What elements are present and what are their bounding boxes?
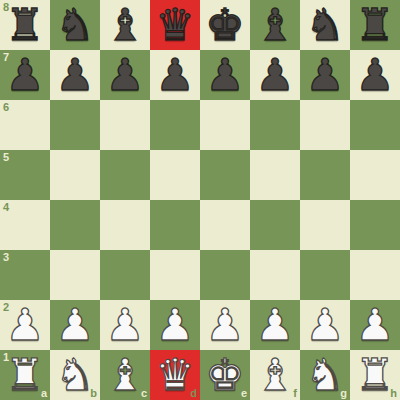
black-pawn[interactable]: ♟ <box>0 50 50 100</box>
square-c2[interactable]: ♟ <box>100 300 150 350</box>
square-b1[interactable]: b♞ <box>50 350 100 400</box>
square-b6[interactable] <box>50 100 100 150</box>
square-b2[interactable]: ♟ <box>50 300 100 350</box>
rank-label-5: 5 <box>3 152 9 163</box>
white-pawn[interactable]: ♟ <box>100 300 150 350</box>
black-knight[interactable]: ♞ <box>50 0 100 50</box>
white-knight[interactable]: ♞ <box>50 350 100 400</box>
square-e5[interactable] <box>200 150 250 200</box>
black-pawn[interactable]: ♟ <box>150 50 200 100</box>
square-e7[interactable]: ♟ <box>200 50 250 100</box>
rank-label-4: 4 <box>3 202 9 213</box>
square-a6[interactable]: 6 <box>0 100 50 150</box>
white-bishop[interactable]: ♝ <box>100 350 150 400</box>
square-d6[interactable] <box>150 100 200 150</box>
square-g3[interactable] <box>300 250 350 300</box>
square-e2[interactable]: ♟ <box>200 300 250 350</box>
square-g7[interactable]: ♟ <box>300 50 350 100</box>
square-b3[interactable] <box>50 250 100 300</box>
square-h3[interactable] <box>350 250 400 300</box>
square-h6[interactable] <box>350 100 400 150</box>
square-a1[interactable]: 1a♜ <box>0 350 50 400</box>
black-pawn[interactable]: ♟ <box>300 50 350 100</box>
white-pawn[interactable]: ♟ <box>250 300 300 350</box>
square-h2[interactable]: ♟ <box>350 300 400 350</box>
square-c8[interactable]: ♝ <box>100 0 150 50</box>
white-pawn[interactable]: ♟ <box>200 300 250 350</box>
square-a7[interactable]: 7♟ <box>0 50 50 100</box>
white-pawn[interactable]: ♟ <box>150 300 200 350</box>
black-king[interactable]: ♚ <box>200 0 250 50</box>
square-h7[interactable]: ♟ <box>350 50 400 100</box>
square-d2[interactable]: ♟ <box>150 300 200 350</box>
square-d3[interactable] <box>150 250 200 300</box>
square-g4[interactable] <box>300 200 350 250</box>
square-d4[interactable] <box>150 200 200 250</box>
square-a8[interactable]: 8♜ <box>0 0 50 50</box>
chess-board: 8♜♞♝♛♚♝♞♜7♟♟♟♟♟♟♟♟65432♟♟♟♟♟♟♟♟1a♜b♞c♝d♛… <box>0 0 400 400</box>
square-a4[interactable]: 4 <box>0 200 50 250</box>
square-d8[interactable]: ♛ <box>150 0 200 50</box>
white-pawn[interactable]: ♟ <box>300 300 350 350</box>
square-e3[interactable] <box>200 250 250 300</box>
square-e4[interactable] <box>200 200 250 250</box>
white-pawn[interactable]: ♟ <box>50 300 100 350</box>
square-c3[interactable] <box>100 250 150 300</box>
square-b7[interactable]: ♟ <box>50 50 100 100</box>
square-g5[interactable] <box>300 150 350 200</box>
black-pawn[interactable]: ♟ <box>200 50 250 100</box>
square-h1[interactable]: h♜ <box>350 350 400 400</box>
white-rook[interactable]: ♜ <box>0 350 50 400</box>
black-queen[interactable]: ♛ <box>150 0 200 50</box>
square-h4[interactable] <box>350 200 400 250</box>
square-c1[interactable]: c♝ <box>100 350 150 400</box>
square-h5[interactable] <box>350 150 400 200</box>
square-c7[interactable]: ♟ <box>100 50 150 100</box>
square-c5[interactable] <box>100 150 150 200</box>
white-rook[interactable]: ♜ <box>350 350 400 400</box>
square-f1[interactable]: f♝ <box>250 350 300 400</box>
square-f4[interactable] <box>250 200 300 250</box>
square-g8[interactable]: ♞ <box>300 0 350 50</box>
square-d7[interactable]: ♟ <box>150 50 200 100</box>
square-d1[interactable]: d♛ <box>150 350 200 400</box>
square-c6[interactable] <box>100 100 150 150</box>
square-a2[interactable]: 2♟ <box>0 300 50 350</box>
square-f5[interactable] <box>250 150 300 200</box>
square-e6[interactable] <box>200 100 250 150</box>
square-e1[interactable]: e♚ <box>200 350 250 400</box>
square-e8[interactable]: ♚ <box>200 0 250 50</box>
black-rook[interactable]: ♜ <box>350 0 400 50</box>
square-f8[interactable]: ♝ <box>250 0 300 50</box>
square-b4[interactable] <box>50 200 100 250</box>
black-pawn[interactable]: ♟ <box>250 50 300 100</box>
white-knight[interactable]: ♞ <box>300 350 350 400</box>
square-f3[interactable] <box>250 250 300 300</box>
square-f7[interactable]: ♟ <box>250 50 300 100</box>
white-pawn[interactable]: ♟ <box>350 300 400 350</box>
square-c4[interactable] <box>100 200 150 250</box>
white-queen[interactable]: ♛ <box>150 350 200 400</box>
square-b8[interactable]: ♞ <box>50 0 100 50</box>
square-g1[interactable]: g♞ <box>300 350 350 400</box>
square-a5[interactable]: 5 <box>0 150 50 200</box>
black-pawn[interactable]: ♟ <box>100 50 150 100</box>
square-d5[interactable] <box>150 150 200 200</box>
square-f2[interactable]: ♟ <box>250 300 300 350</box>
square-g2[interactable]: ♟ <box>300 300 350 350</box>
white-king[interactable]: ♚ <box>200 350 250 400</box>
black-pawn[interactable]: ♟ <box>350 50 400 100</box>
black-bishop[interactable]: ♝ <box>100 0 150 50</box>
black-pawn[interactable]: ♟ <box>50 50 100 100</box>
black-knight[interactable]: ♞ <box>300 0 350 50</box>
square-g6[interactable] <box>300 100 350 150</box>
rank-label-3: 3 <box>3 252 9 263</box>
white-pawn[interactable]: ♟ <box>0 300 50 350</box>
square-b5[interactable] <box>50 150 100 200</box>
black-rook[interactable]: ♜ <box>0 0 50 50</box>
square-f6[interactable] <box>250 100 300 150</box>
black-bishop[interactable]: ♝ <box>250 0 300 50</box>
square-h8[interactable]: ♜ <box>350 0 400 50</box>
white-bishop[interactable]: ♝ <box>250 350 300 400</box>
rank-label-6: 6 <box>3 102 9 113</box>
square-a3[interactable]: 3 <box>0 250 50 300</box>
